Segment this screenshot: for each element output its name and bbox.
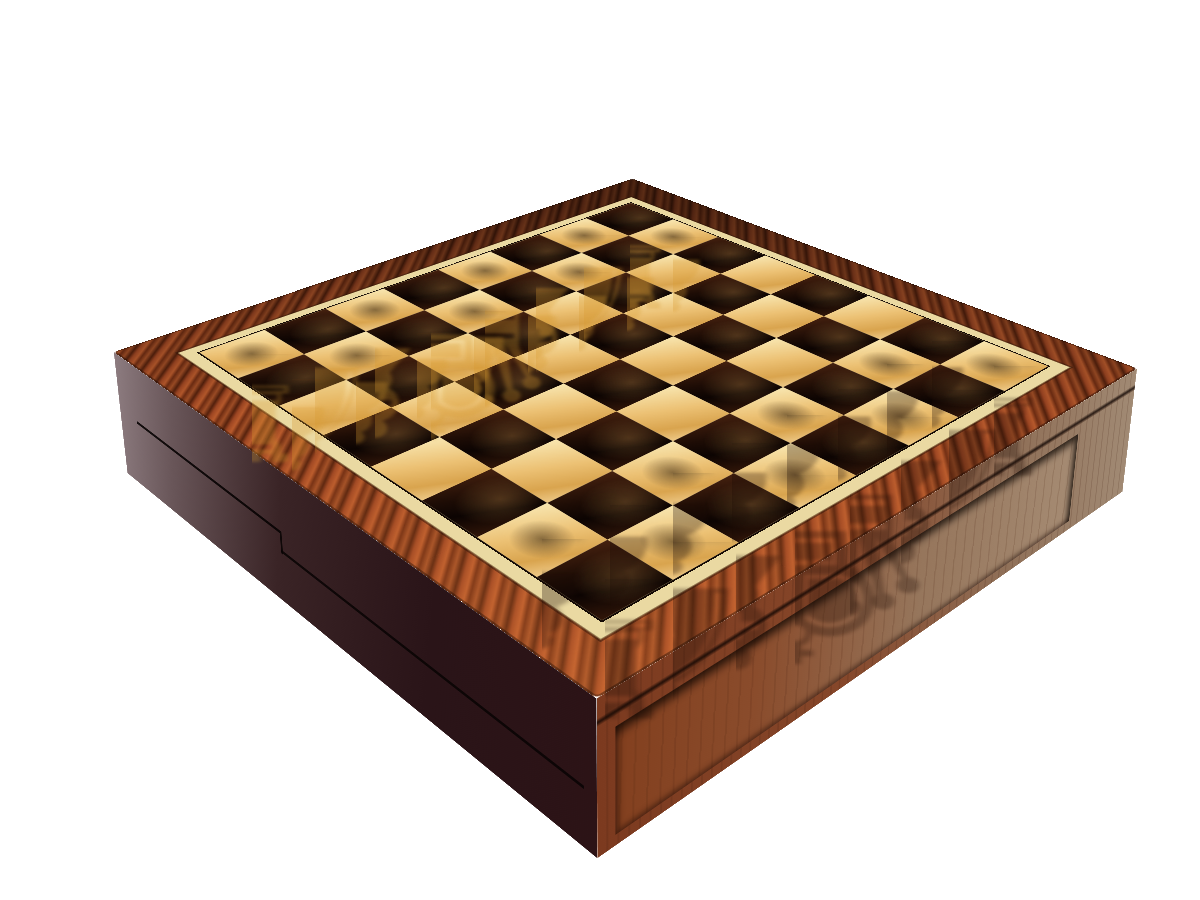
board-frame: ♜♜♟♟♟♟♜♜♞♞♟♟♟♟♞♞♝♝♟♟♟♟♝♝♛♛♟♟♟♟♛♛♚♚♟♟♟♟♚♚… [114,179,1137,699]
product-photo-scene: ♜♜♟♟♟♟♜♜♞♞♟♟♟♟♞♞♝♝♟♟♟♟♝♝♛♛♟♟♟♟♛♛♚♚♟♟♟♟♚♚… [0,0,1200,900]
white-pawn-glyph: ♟ [243,283,340,392]
lid-seam-groove [137,421,280,533]
black-rook-glyph: ♜ [529,430,681,599]
